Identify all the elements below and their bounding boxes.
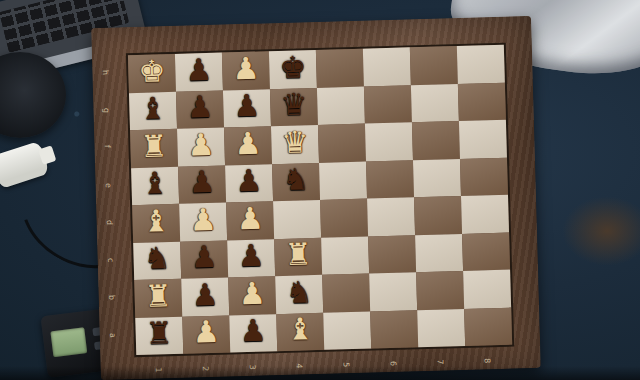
- board-cell[interactable]: ♝: [131, 166, 179, 205]
- light-pawn-piece[interactable]: ♟: [192, 317, 220, 348]
- file-label: b: [92, 294, 130, 300]
- carpet-stain: [562, 196, 640, 266]
- board-cell[interactable]: ♟: [176, 90, 224, 129]
- dark-pawn-piece[interactable]: ♟: [190, 242, 218, 273]
- board-cell[interactable]: ♞: [275, 275, 323, 314]
- board-cell[interactable]: [369, 272, 417, 311]
- board-cell[interactable]: [462, 232, 510, 271]
- board-cell[interactable]: [318, 124, 366, 163]
- floor-shadow: [0, 366, 640, 380]
- board-cell[interactable]: [410, 46, 458, 85]
- light-rook-piece[interactable]: ♜: [144, 281, 172, 312]
- file-label: g: [87, 107, 125, 113]
- board-cell[interactable]: [365, 122, 413, 161]
- file-label: c: [91, 257, 129, 263]
- dark-pawn-piece[interactable]: ♟: [233, 91, 261, 122]
- light-pawn-piece[interactable]: ♟: [187, 130, 215, 161]
- board-cell[interactable]: ♞: [272, 162, 320, 201]
- bottle-cap: [38, 145, 56, 165]
- board-cell[interactable]: ♚: [128, 54, 176, 93]
- board-cell[interactable]: [321, 236, 369, 275]
- chess-board: ♚♟♟♚♝♟♟♛♜♟♟♛♝♟♟♞♝♟♟♞♟♟♜♜♟♟♞♜♟♟♝ 12345678…: [91, 16, 541, 380]
- board-cell[interactable]: ♞: [133, 241, 181, 280]
- board-cell[interactable]: [317, 86, 365, 125]
- board-cell[interactable]: ♝: [129, 91, 177, 130]
- board-cell[interactable]: [459, 120, 507, 159]
- board-cell[interactable]: [413, 158, 461, 197]
- board-cell[interactable]: [319, 161, 367, 200]
- board-cell[interactable]: [363, 47, 411, 86]
- dark-rook-piece[interactable]: ♜: [145, 318, 173, 349]
- board-cell[interactable]: [415, 233, 463, 272]
- board-cell[interactable]: ♟: [180, 240, 228, 279]
- dark-pawn-piece[interactable]: ♟: [235, 166, 263, 197]
- dark-bishop-piece[interactable]: ♝: [141, 168, 169, 199]
- board-cell[interactable]: [460, 157, 508, 196]
- board-cell[interactable]: ♟: [225, 164, 273, 203]
- light-pawn-piece[interactable]: ♟: [234, 128, 262, 159]
- board-grid: ♚♟♟♚♝♟♟♛♜♟♟♛♝♟♟♞♝♟♟♞♟♟♜♜♟♟♞♜♟♟♝: [126, 43, 514, 357]
- light-rook-piece[interactable]: ♜: [140, 131, 168, 162]
- board-cell[interactable]: ♟: [227, 239, 275, 278]
- file-label: a: [93, 332, 131, 338]
- board-cell[interactable]: [414, 196, 462, 235]
- board-cell[interactable]: [411, 83, 459, 122]
- board-cell[interactable]: ♜: [274, 237, 322, 276]
- board-cell[interactable]: ♛: [270, 87, 318, 126]
- dark-king-piece[interactable]: ♚: [279, 52, 307, 83]
- light-rook-piece[interactable]: ♜: [284, 239, 312, 270]
- light-pawn-piece[interactable]: ♟: [238, 278, 266, 309]
- board-cell[interactable]: [412, 121, 460, 160]
- dark-bishop-piece[interactable]: ♝: [139, 93, 167, 124]
- board-cell[interactable]: ♜: [130, 129, 178, 168]
- board-cell[interactable]: [273, 200, 321, 239]
- board-cell[interactable]: ♛: [271, 125, 319, 164]
- board-cell[interactable]: ♟: [179, 203, 227, 242]
- board-cell[interactable]: [463, 270, 511, 309]
- light-pawn-piece[interactable]: ♟: [232, 53, 260, 84]
- board-cell[interactable]: ♟: [222, 51, 270, 90]
- file-label: h: [86, 70, 124, 76]
- dark-knight-piece[interactable]: ♞: [143, 243, 171, 274]
- board-cell[interactable]: [461, 195, 509, 234]
- board-cell[interactable]: [457, 45, 505, 84]
- light-king-piece[interactable]: ♚: [138, 56, 166, 87]
- board-cell[interactable]: ♝: [132, 204, 180, 243]
- light-bishop-piece[interactable]: ♝: [286, 314, 314, 345]
- board-cell[interactable]: ♟: [226, 201, 274, 240]
- dark-pawn-piece[interactable]: ♟: [186, 92, 214, 123]
- light-pawn-piece[interactable]: ♟: [236, 203, 264, 234]
- green-screen: [50, 327, 87, 357]
- board-cell[interactable]: ♟: [224, 126, 272, 165]
- board-cell[interactable]: [458, 82, 506, 121]
- light-pawn-piece[interactable]: ♟: [189, 205, 217, 236]
- board-cell[interactable]: [366, 160, 414, 199]
- board-cell[interactable]: [416, 271, 464, 310]
- dark-pawn-piece[interactable]: ♟: [188, 167, 216, 198]
- light-queen-piece[interactable]: ♛: [281, 127, 309, 158]
- board-cell[interactable]: ♟: [177, 128, 225, 167]
- board-cell[interactable]: ♚: [269, 50, 317, 89]
- board-cell[interactable]: [368, 235, 416, 274]
- dark-pawn-piece[interactable]: ♟: [185, 55, 213, 86]
- dark-knight-piece[interactable]: ♞: [285, 277, 313, 308]
- board-cell[interactable]: ♟: [175, 53, 223, 92]
- board-cell[interactable]: ♜: [134, 279, 182, 318]
- dark-pawn-piece[interactable]: ♟: [191, 280, 219, 311]
- board-cell[interactable]: [320, 199, 368, 238]
- board-cell[interactable]: ♟: [178, 165, 226, 204]
- light-bishop-piece[interactable]: ♝: [142, 206, 170, 237]
- dark-knight-piece[interactable]: ♞: [282, 164, 310, 195]
- board-cell[interactable]: [316, 49, 364, 88]
- photo-scene: ♚♟♟♚♝♟♟♛♜♟♟♛♝♟♟♞♝♟♟♞♟♟♜♜♟♟♞♜♟♟♝ 12345678…: [0, 0, 640, 380]
- dark-pawn-piece[interactable]: ♟: [237, 241, 265, 272]
- board-cell[interactable]: [367, 197, 415, 236]
- file-label: d: [90, 219, 128, 225]
- board-cell[interactable]: ♟: [228, 276, 276, 315]
- board-cell[interactable]: ♟: [181, 277, 229, 316]
- board-cell[interactable]: [322, 274, 370, 313]
- file-label: e: [89, 182, 127, 188]
- file-label: f: [88, 145, 126, 151]
- dark-pawn-piece[interactable]: ♟: [239, 316, 267, 347]
- board-cell[interactable]: [364, 85, 412, 124]
- dark-queen-piece[interactable]: ♛: [280, 89, 308, 120]
- board-cell[interactable]: ♟: [223, 89, 271, 128]
